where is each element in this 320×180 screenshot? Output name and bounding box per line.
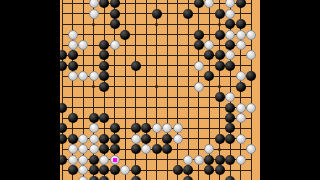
white-stone[interactable] <box>152 123 162 133</box>
white-stone[interactable] <box>89 123 99 133</box>
black-stone[interactable] <box>99 144 109 154</box>
black-stone[interactable] <box>110 123 120 133</box>
black-stone[interactable] <box>99 165 109 175</box>
black-stone[interactable] <box>120 30 130 40</box>
white-stone[interactable] <box>204 40 214 50</box>
grid-line-vertical <box>125 0 126 180</box>
black-stone[interactable] <box>204 71 214 81</box>
go-board[interactable] <box>60 0 260 180</box>
grid-line-vertical <box>219 0 220 180</box>
black-stone[interactable] <box>204 155 214 165</box>
black-stone[interactable] <box>110 19 120 29</box>
black-stone[interactable] <box>89 165 99 175</box>
white-stone[interactable] <box>89 144 99 154</box>
white-stone[interactable] <box>89 0 99 8</box>
black-stone[interactable] <box>152 144 162 154</box>
black-stone[interactable] <box>99 82 109 92</box>
white-stone[interactable] <box>225 9 235 19</box>
black-stone[interactable] <box>89 176 99 180</box>
hoshi-point <box>218 148 221 151</box>
black-stone[interactable] <box>215 155 225 165</box>
black-stone[interactable] <box>215 61 225 71</box>
black-stone[interactable] <box>183 165 193 175</box>
white-stone[interactable] <box>204 144 214 154</box>
black-stone[interactable] <box>246 71 256 81</box>
white-stone[interactable] <box>68 144 78 154</box>
black-stone[interactable] <box>215 165 225 175</box>
black-stone[interactable] <box>110 0 120 8</box>
black-stone[interactable] <box>99 0 109 8</box>
black-stone[interactable] <box>225 113 235 123</box>
black-stone[interactable] <box>99 176 109 180</box>
black-stone[interactable] <box>60 61 67 71</box>
black-stone[interactable] <box>152 9 162 19</box>
white-stone[interactable] <box>246 50 256 60</box>
white-stone[interactable] <box>236 71 246 81</box>
white-stone[interactable] <box>89 134 99 144</box>
white-stone[interactable] <box>236 134 246 144</box>
black-stone[interactable] <box>68 134 78 144</box>
white-stone[interactable] <box>68 155 78 165</box>
white-stone[interactable] <box>78 134 88 144</box>
black-stone[interactable] <box>194 30 204 40</box>
screenshot-frame <box>0 0 320 180</box>
black-stone[interactable] <box>68 50 78 60</box>
white-stone[interactable] <box>120 165 130 175</box>
white-stone[interactable] <box>78 155 88 165</box>
white-stone[interactable] <box>68 71 78 81</box>
black-stone[interactable] <box>131 61 141 71</box>
black-stone[interactable] <box>236 19 246 29</box>
white-stone[interactable] <box>110 40 120 50</box>
white-stone[interactable] <box>225 92 235 102</box>
hoshi-point <box>155 23 158 26</box>
white-stone[interactable] <box>194 155 204 165</box>
white-stone[interactable] <box>236 113 246 123</box>
white-stone[interactable] <box>78 40 88 50</box>
black-stone[interactable] <box>99 61 109 71</box>
black-stone[interactable] <box>204 165 214 175</box>
white-stone[interactable] <box>236 30 246 40</box>
white-stone[interactable] <box>236 40 246 50</box>
black-stone[interactable] <box>162 144 172 154</box>
black-stone[interactable] <box>162 134 172 144</box>
black-stone[interactable] <box>215 134 225 144</box>
white-stone[interactable] <box>194 61 204 71</box>
black-stone[interactable] <box>225 19 235 29</box>
black-stone[interactable] <box>110 134 120 144</box>
black-stone[interactable] <box>173 165 183 175</box>
black-stone[interactable] <box>131 165 141 175</box>
hoshi-point <box>155 85 158 88</box>
white-stone[interactable] <box>225 30 235 40</box>
black-stone[interactable] <box>110 165 120 175</box>
white-stone[interactable] <box>89 9 99 19</box>
black-stone[interactable] <box>68 113 78 123</box>
hoshi-point <box>218 23 221 26</box>
black-stone[interactable] <box>225 176 235 180</box>
black-stone[interactable] <box>215 50 225 60</box>
white-stone[interactable] <box>131 134 141 144</box>
white-stone[interactable] <box>78 71 88 81</box>
black-stone[interactable] <box>141 134 151 144</box>
black-stone[interactable] <box>60 155 67 165</box>
letterbox-bar-right <box>260 0 320 180</box>
grid-line-horizontal <box>62 45 252 46</box>
white-stone[interactable] <box>246 103 256 113</box>
black-stone[interactable] <box>194 40 204 50</box>
black-stone[interactable] <box>99 50 109 60</box>
white-stone[interactable] <box>183 155 193 165</box>
black-stone[interactable] <box>183 9 193 19</box>
white-stone[interactable] <box>236 155 246 165</box>
black-stone[interactable] <box>225 123 235 133</box>
grid-line-vertical <box>188 0 189 180</box>
white-stone[interactable] <box>141 144 151 154</box>
black-stone[interactable] <box>215 30 225 40</box>
grid-line-vertical <box>62 0 63 180</box>
black-stone[interactable] <box>194 0 204 8</box>
black-stone[interactable] <box>131 176 141 180</box>
white-stone[interactable] <box>173 123 183 133</box>
letterbox-bar-left <box>0 0 60 180</box>
black-stone[interactable] <box>68 165 78 175</box>
white-stone[interactable] <box>246 144 256 154</box>
black-stone[interactable] <box>225 134 235 144</box>
hoshi-point <box>92 23 95 26</box>
white-stone[interactable] <box>99 155 109 165</box>
black-stone[interactable] <box>68 61 78 71</box>
hoshi-point <box>218 85 221 88</box>
black-stone[interactable] <box>99 134 109 144</box>
black-stone[interactable] <box>225 103 235 113</box>
black-stone[interactable] <box>204 50 214 60</box>
black-stone[interactable] <box>141 123 151 133</box>
black-stone[interactable] <box>89 155 99 165</box>
black-stone[interactable] <box>236 82 246 92</box>
black-stone[interactable] <box>60 123 67 133</box>
white-stone[interactable] <box>89 71 99 81</box>
black-stone[interactable] <box>60 50 67 60</box>
white-stone[interactable] <box>162 123 172 133</box>
white-stone[interactable] <box>225 50 235 60</box>
white-stone[interactable] <box>78 144 88 154</box>
white-stone[interactable] <box>68 40 78 50</box>
black-stone[interactable] <box>131 144 141 154</box>
hoshi-point <box>92 85 95 88</box>
white-stone[interactable] <box>173 134 183 144</box>
white-stone[interactable] <box>246 30 256 40</box>
black-stone[interactable] <box>99 71 109 81</box>
black-stone[interactable] <box>236 0 246 8</box>
white-stone[interactable] <box>194 82 204 92</box>
black-stone[interactable] <box>99 40 109 50</box>
black-stone[interactable] <box>183 176 193 180</box>
grid-line-vertical <box>177 0 178 180</box>
last-move-marker <box>113 158 117 162</box>
black-stone[interactable] <box>131 123 141 133</box>
white-stone[interactable] <box>204 0 214 8</box>
white-stone[interactable] <box>236 103 246 113</box>
grid-line-horizontal <box>62 107 252 108</box>
black-stone[interactable] <box>215 9 225 19</box>
white-stone[interactable] <box>225 0 235 8</box>
black-stone[interactable] <box>89 113 99 123</box>
white-stone[interactable] <box>78 176 88 180</box>
white-stone[interactable] <box>78 165 88 175</box>
black-stone[interactable] <box>60 134 67 144</box>
black-stone[interactable] <box>225 40 235 50</box>
black-stone[interactable] <box>60 103 67 113</box>
black-stone[interactable] <box>99 113 109 123</box>
white-stone[interactable] <box>68 30 78 40</box>
black-stone[interactable] <box>110 144 120 154</box>
black-stone[interactable] <box>110 9 120 19</box>
black-stone[interactable] <box>225 61 235 71</box>
black-stone[interactable] <box>225 155 235 165</box>
black-stone[interactable] <box>215 92 225 102</box>
